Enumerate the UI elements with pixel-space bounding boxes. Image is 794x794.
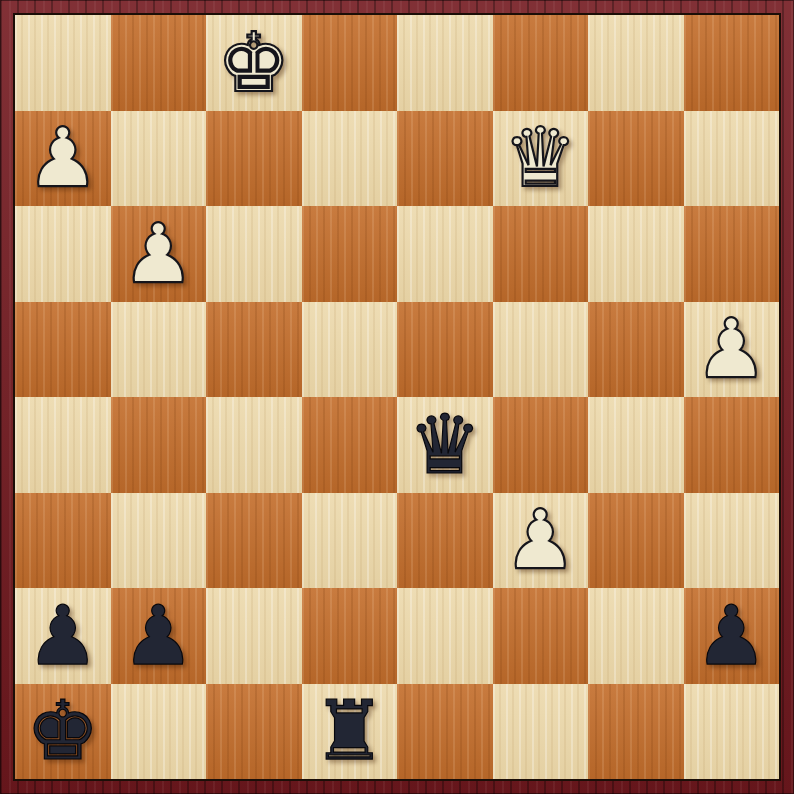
square-b3[interactable] bbox=[111, 493, 207, 589]
square-e2[interactable] bbox=[397, 588, 493, 684]
square-d4[interactable] bbox=[302, 397, 398, 493]
square-a7[interactable]: ♟ bbox=[15, 111, 111, 207]
square-e3[interactable] bbox=[397, 493, 493, 589]
square-a1[interactable]: ♚ bbox=[15, 684, 111, 780]
square-g5[interactable] bbox=[588, 302, 684, 398]
square-e4[interactable]: ♛ bbox=[397, 397, 493, 493]
black-pawn-a2: ♟ bbox=[26, 595, 100, 677]
square-a3[interactable] bbox=[15, 493, 111, 589]
square-h2[interactable]: ♟ bbox=[684, 588, 780, 684]
square-e5[interactable] bbox=[397, 302, 493, 398]
square-b1[interactable] bbox=[111, 684, 207, 780]
white-king-c8: ♚ bbox=[217, 22, 291, 104]
square-f3[interactable]: ♟ bbox=[493, 493, 589, 589]
square-g6[interactable] bbox=[588, 206, 684, 302]
square-g3[interactable] bbox=[588, 493, 684, 589]
square-h3[interactable] bbox=[684, 493, 780, 589]
square-c5[interactable] bbox=[206, 302, 302, 398]
square-f2[interactable] bbox=[493, 588, 589, 684]
square-h5[interactable]: ♟ bbox=[684, 302, 780, 398]
square-d1[interactable]: ♜ bbox=[302, 684, 398, 780]
square-f5[interactable] bbox=[493, 302, 589, 398]
square-b7[interactable] bbox=[111, 111, 207, 207]
square-c4[interactable] bbox=[206, 397, 302, 493]
square-b5[interactable] bbox=[111, 302, 207, 398]
square-d3[interactable] bbox=[302, 493, 398, 589]
square-b8[interactable] bbox=[111, 15, 207, 111]
square-h4[interactable] bbox=[684, 397, 780, 493]
square-d7[interactable] bbox=[302, 111, 398, 207]
square-f4[interactable] bbox=[493, 397, 589, 493]
square-b4[interactable] bbox=[111, 397, 207, 493]
square-a6[interactable] bbox=[15, 206, 111, 302]
white-pawn-h5: ♟ bbox=[694, 308, 768, 390]
board-frame: ♚♟♛♟♟♛♟♟♟♟♚♜ bbox=[0, 0, 794, 794]
white-pawn-a7: ♟ bbox=[26, 117, 100, 199]
square-c2[interactable] bbox=[206, 588, 302, 684]
square-a8[interactable] bbox=[15, 15, 111, 111]
square-h6[interactable] bbox=[684, 206, 780, 302]
square-b2[interactable]: ♟ bbox=[111, 588, 207, 684]
black-king-a1: ♚ bbox=[26, 690, 100, 772]
square-f8[interactable] bbox=[493, 15, 589, 111]
square-d2[interactable] bbox=[302, 588, 398, 684]
square-c3[interactable] bbox=[206, 493, 302, 589]
square-c1[interactable] bbox=[206, 684, 302, 780]
square-a5[interactable] bbox=[15, 302, 111, 398]
square-d5[interactable] bbox=[302, 302, 398, 398]
square-f1[interactable] bbox=[493, 684, 589, 780]
black-pawn-h2: ♟ bbox=[694, 595, 768, 677]
square-a2[interactable]: ♟ bbox=[15, 588, 111, 684]
square-a4[interactable] bbox=[15, 397, 111, 493]
square-g2[interactable] bbox=[588, 588, 684, 684]
square-e1[interactable] bbox=[397, 684, 493, 780]
black-queen-e4: ♛ bbox=[408, 404, 482, 486]
chess-board: ♚♟♛♟♟♛♟♟♟♟♚♜ bbox=[13, 13, 781, 781]
square-f7[interactable]: ♛ bbox=[493, 111, 589, 207]
square-c8[interactable]: ♚ bbox=[206, 15, 302, 111]
square-d8[interactable] bbox=[302, 15, 398, 111]
black-rook-d1: ♜ bbox=[312, 690, 386, 772]
square-e8[interactable] bbox=[397, 15, 493, 111]
square-c7[interactable] bbox=[206, 111, 302, 207]
white-queen-f7: ♛ bbox=[503, 117, 577, 199]
black-pawn-b2: ♟ bbox=[121, 595, 195, 677]
square-g8[interactable] bbox=[588, 15, 684, 111]
square-g7[interactable] bbox=[588, 111, 684, 207]
square-e6[interactable] bbox=[397, 206, 493, 302]
square-d6[interactable] bbox=[302, 206, 398, 302]
square-g1[interactable] bbox=[588, 684, 684, 780]
square-h7[interactable] bbox=[684, 111, 780, 207]
square-b6[interactable]: ♟ bbox=[111, 206, 207, 302]
white-pawn-b6: ♟ bbox=[121, 213, 195, 295]
square-h1[interactable] bbox=[684, 684, 780, 780]
square-h8[interactable] bbox=[684, 15, 780, 111]
square-g4[interactable] bbox=[588, 397, 684, 493]
square-f6[interactable] bbox=[493, 206, 589, 302]
square-e7[interactable] bbox=[397, 111, 493, 207]
square-c6[interactable] bbox=[206, 206, 302, 302]
white-pawn-f3: ♟ bbox=[503, 499, 577, 581]
